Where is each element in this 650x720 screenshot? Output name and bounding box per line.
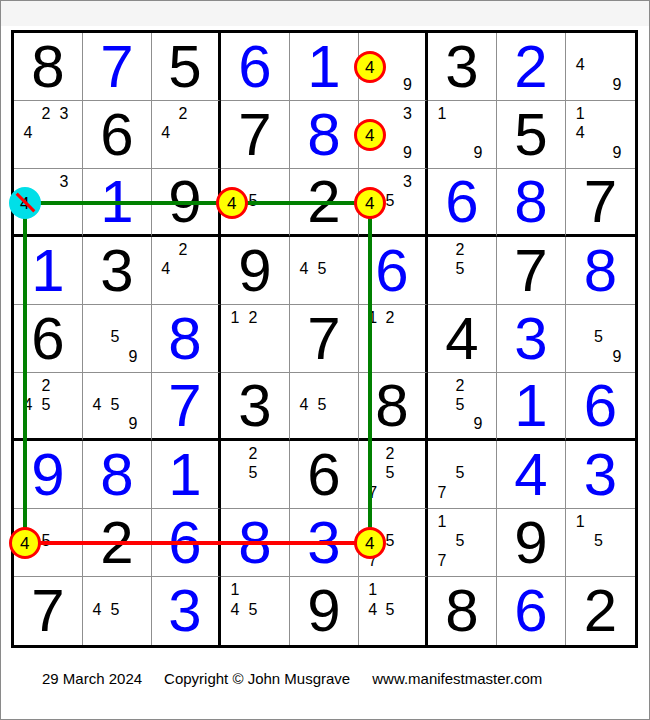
pencil-marks: 45 xyxy=(290,237,358,304)
candidate-2: 2 xyxy=(244,308,262,328)
cell-r8c8[interactable]: 9 xyxy=(497,509,566,577)
candidate-9: 9 xyxy=(608,347,626,367)
candidate-1: 1 xyxy=(571,104,589,124)
pencil-marks: 45 xyxy=(290,373,358,438)
solved-digit: 6 xyxy=(375,241,408,301)
sudoku-board: 8756149324923462478349195149341945234568… xyxy=(11,30,638,648)
cell-r7c3[interactable]: 1 xyxy=(152,441,221,509)
page: 8756149324923462478349195149341945234568… xyxy=(0,0,650,720)
given-digit: 7 xyxy=(307,309,340,369)
pencil-marks: 234 xyxy=(14,101,82,168)
candidate-2: 2 xyxy=(37,104,55,124)
candidate-1: 1 xyxy=(226,580,244,600)
cell-r7c7[interactable]: 57 xyxy=(428,441,497,509)
cell-r6c7[interactable]: 259 xyxy=(428,373,497,441)
solved-digit: 1 xyxy=(307,37,340,97)
candidate-1: 1 xyxy=(433,512,451,532)
solved-digit: 8 xyxy=(584,241,617,301)
cell-r8c9[interactable]: 15 xyxy=(566,509,635,577)
cell-r7c9[interactable]: 3 xyxy=(566,441,635,509)
candidate-1: 1 xyxy=(364,308,381,328)
solved-digit: 8 xyxy=(514,172,547,232)
candidate-5: 5 xyxy=(451,395,469,414)
candidate-9: 9 xyxy=(469,143,487,163)
candidate-5: 5 xyxy=(381,600,398,620)
candidate-4: 4 xyxy=(19,532,37,552)
candidate-1: 1 xyxy=(571,512,589,532)
candidate-5: 5 xyxy=(451,464,469,484)
candidate-4: 4 xyxy=(295,260,313,280)
cell-r8c6[interactable]: 457 xyxy=(359,509,428,577)
candidate-9: 9 xyxy=(399,143,416,163)
cell-r2c6[interactable]: 349 xyxy=(359,101,428,169)
cell-r3c2[interactable]: 1 xyxy=(83,169,152,237)
solved-digit: 8 xyxy=(238,513,271,573)
cell-r3c9[interactable]: 7 xyxy=(566,169,635,237)
footer: 29 March 2024 Copyright © John Musgrave … xyxy=(42,670,542,687)
candidate-9: 9 xyxy=(608,143,626,163)
cell-r2c9[interactable]: 149 xyxy=(566,101,635,169)
cell-r6c9[interactable]: 6 xyxy=(566,373,635,441)
pencil-marks: 257 xyxy=(359,441,425,508)
solved-digit: 8 xyxy=(307,105,340,165)
cell-r5c9[interactable]: 59 xyxy=(566,305,635,373)
candidate-4: 4 xyxy=(226,191,244,210)
cell-r4c1[interactable]: 1 xyxy=(14,237,83,305)
solved-digit: 6 xyxy=(168,513,201,573)
candidate-2: 2 xyxy=(244,444,262,464)
footer-copyright: Copyright © John Musgrave xyxy=(164,670,350,687)
cell-r6c3[interactable]: 7 xyxy=(152,373,221,441)
cell-r6c2[interactable]: 459 xyxy=(83,373,152,441)
candidate-9: 9 xyxy=(469,414,487,433)
cell-r9c2[interactable]: 45 xyxy=(83,577,152,645)
candidate-1: 1 xyxy=(226,308,244,328)
cell-r8c1[interactable]: 45 xyxy=(14,509,83,577)
cell-r1c9[interactable]: 49 xyxy=(566,33,635,101)
cell-r8c3[interactable]: 6 xyxy=(152,509,221,577)
cell-r7c6[interactable]: 257 xyxy=(359,441,428,509)
cell-r9c6[interactable]: 145 xyxy=(359,577,428,645)
given-digit: 5 xyxy=(168,37,201,97)
candidate-5: 5 xyxy=(106,600,124,620)
pencil-marks: 25 xyxy=(428,237,496,304)
candidate-2: 2 xyxy=(451,240,469,260)
candidate-1: 1 xyxy=(364,580,381,600)
cell-r1c3[interactable]: 5 xyxy=(152,33,221,101)
solved-digit: 6 xyxy=(584,376,617,436)
given-digit: 5 xyxy=(514,105,547,165)
cell-r8c7[interactable]: 157 xyxy=(428,509,497,577)
pencil-marks: 145 xyxy=(359,577,425,645)
given-digit: 6 xyxy=(100,105,133,165)
cell-r9c3[interactable]: 3 xyxy=(152,577,221,645)
cell-r9c8[interactable]: 6 xyxy=(497,577,566,645)
cell-r6c8[interactable]: 1 xyxy=(497,373,566,441)
candidate-5: 5 xyxy=(313,395,331,414)
cell-r1c4[interactable]: 6 xyxy=(221,33,290,101)
given-digit: 9 xyxy=(514,513,547,573)
solved-digit: 3 xyxy=(307,513,340,573)
candidate-5: 5 xyxy=(589,328,607,348)
cell-r8c5[interactable]: 3 xyxy=(290,509,359,577)
cell-r4c3[interactable]: 24 xyxy=(152,237,221,305)
candidate-2: 2 xyxy=(451,376,469,395)
solved-digit: 8 xyxy=(100,445,133,505)
candidate-2: 2 xyxy=(37,376,55,395)
pencil-marks: 59 xyxy=(566,305,635,372)
given-digit: 2 xyxy=(584,581,617,641)
pencil-marks: 245 xyxy=(14,373,82,438)
candidate-4: 4 xyxy=(364,56,381,76)
candidate-3: 3 xyxy=(399,172,416,191)
cell-r6c6[interactable]: 8 xyxy=(359,373,428,441)
pencil-marks: 25 xyxy=(221,441,289,508)
cell-r5c3[interactable]: 8 xyxy=(152,305,221,373)
cell-r7c8[interactable]: 4 xyxy=(497,441,566,509)
pencil-marks: 24 xyxy=(152,101,218,168)
cell-r2c7[interactable]: 19 xyxy=(428,101,497,169)
candidate-4: 4 xyxy=(571,56,589,76)
given-digit: 9 xyxy=(238,241,271,301)
solved-digit: 2 xyxy=(514,37,547,97)
cell-r6c4[interactable]: 3 xyxy=(221,373,290,441)
candidate-9: 9 xyxy=(399,75,416,95)
cell-r8c2[interactable]: 2 xyxy=(83,509,152,577)
solved-digit: 1 xyxy=(100,172,133,232)
pencil-marks: 345 xyxy=(359,169,425,234)
cell-r5c2[interactable]: 59 xyxy=(83,305,152,373)
cell-r7c1[interactable]: 9 xyxy=(14,441,83,509)
pencil-marks: 259 xyxy=(428,373,496,438)
cell-r9c9[interactable]: 2 xyxy=(566,577,635,645)
cell-r2c2[interactable]: 6 xyxy=(83,101,152,169)
cell-r4c6[interactable]: 6 xyxy=(359,237,428,305)
cell-r1c7[interactable]: 3 xyxy=(428,33,497,101)
pencil-marks: 49 xyxy=(566,33,635,100)
pencil-marks: 34 xyxy=(14,169,82,234)
cell-r2c1[interactable]: 234 xyxy=(14,101,83,169)
candidate-2: 2 xyxy=(381,444,398,464)
cell-r4c4[interactable]: 9 xyxy=(221,237,290,305)
given-digit: 9 xyxy=(168,172,201,232)
candidate-9: 9 xyxy=(124,414,142,433)
pencil-marks: 157 xyxy=(428,509,496,576)
pencil-marks: 12 xyxy=(221,305,289,372)
solved-digit: 8 xyxy=(168,309,201,369)
pencil-marks: 145 xyxy=(221,577,289,645)
candidate-4: 4 xyxy=(364,124,381,144)
given-digit: 4 xyxy=(445,309,478,369)
cell-r3c3[interactable]: 9 xyxy=(152,169,221,237)
candidate-5: 5 xyxy=(244,600,262,620)
cell-r3c1[interactable]: 34 xyxy=(14,169,83,237)
given-digit: 2 xyxy=(307,172,340,232)
candidate-4: 4 xyxy=(88,395,106,414)
candidate-5: 5 xyxy=(244,464,262,484)
candidate-4: 4 xyxy=(364,532,381,552)
given-digit: 3 xyxy=(100,241,133,301)
given-digit: 6 xyxy=(307,445,340,505)
cell-r1c6[interactable]: 49 xyxy=(359,33,428,101)
pencil-marks: 45 xyxy=(221,169,289,234)
cell-r2c5[interactable]: 8 xyxy=(290,101,359,169)
solved-digit: 7 xyxy=(100,37,133,97)
cell-r1c8[interactable]: 2 xyxy=(497,33,566,101)
cell-r4c8[interactable]: 7 xyxy=(497,237,566,305)
pencil-marks: 19 xyxy=(428,101,496,168)
cell-r3c8[interactable]: 8 xyxy=(497,169,566,237)
cell-r5c6[interactable]: 12 xyxy=(359,305,428,373)
given-digit: 6 xyxy=(31,309,64,369)
candidate-9: 9 xyxy=(608,75,626,95)
candidate-5: 5 xyxy=(313,260,331,280)
given-digit: 3 xyxy=(238,376,271,436)
candidate-2: 2 xyxy=(381,308,398,328)
candidate-7: 7 xyxy=(433,483,451,503)
footer-website[interactable]: www.manifestmaster.com xyxy=(372,670,542,687)
pencil-marks: 45 xyxy=(14,509,82,576)
given-digit: 7 xyxy=(584,172,617,232)
candidate-1: 1 xyxy=(433,104,451,124)
candidate-5: 5 xyxy=(37,532,55,552)
candidate-4: 4 xyxy=(157,260,174,280)
given-digit: 8 xyxy=(31,37,64,97)
candidate-7: 7 xyxy=(364,483,381,503)
solved-digit: 6 xyxy=(445,172,478,232)
candidate-5: 5 xyxy=(589,532,607,552)
candidate-4: 4 xyxy=(19,124,37,144)
solved-digit: 1 xyxy=(168,445,201,505)
cell-r9c7[interactable]: 8 xyxy=(428,577,497,645)
cell-r9c5[interactable]: 9 xyxy=(290,577,359,645)
candidate-5: 5 xyxy=(381,464,398,484)
candidate-5: 5 xyxy=(451,532,469,552)
candidate-7: 7 xyxy=(433,551,451,571)
cell-r5c7[interactable]: 4 xyxy=(428,305,497,373)
cell-r7c2[interactable]: 8 xyxy=(83,441,152,509)
cell-r2c8[interactable]: 5 xyxy=(497,101,566,169)
candidate-3: 3 xyxy=(55,172,73,191)
candidate-3: 3 xyxy=(55,104,73,124)
given-digit: 8 xyxy=(445,581,478,641)
solved-digit: 7 xyxy=(168,376,201,436)
cell-r7c4[interactable]: 25 xyxy=(221,441,290,509)
solved-digit: 6 xyxy=(514,581,547,641)
solved-digit: 1 xyxy=(31,241,64,301)
candidate-4: 4 xyxy=(226,600,244,620)
candidate-5: 5 xyxy=(451,260,469,280)
cell-r4c9[interactable]: 8 xyxy=(566,237,635,305)
cell-r2c4[interactable]: 7 xyxy=(221,101,290,169)
candidate-4: 4 xyxy=(571,124,589,144)
cell-r3c4[interactable]: 45 xyxy=(221,169,290,237)
candidate-9: 9 xyxy=(124,347,142,367)
solved-digit: 3 xyxy=(514,309,547,369)
cell-r1c1[interactable]: 8 xyxy=(14,33,83,101)
cell-r2c3[interactable]: 24 xyxy=(152,101,221,169)
given-digit: 7 xyxy=(514,241,547,301)
pencil-marks: 12 xyxy=(359,305,425,372)
given-digit: 3 xyxy=(445,37,478,97)
candidate-5: 5 xyxy=(106,328,124,348)
cell-r5c8[interactable]: 3 xyxy=(497,305,566,373)
cell-r5c1[interactable]: 6 xyxy=(14,305,83,373)
given-digit: 7 xyxy=(238,105,271,165)
footer-date: 29 March 2024 xyxy=(42,670,142,687)
cell-r9c4[interactable]: 145 xyxy=(221,577,290,645)
candidate-5: 5 xyxy=(381,191,398,210)
solved-digit: 3 xyxy=(584,445,617,505)
cell-r6c5[interactable]: 45 xyxy=(290,373,359,441)
pencil-marks: 349 xyxy=(359,101,425,168)
solved-digit: 9 xyxy=(31,445,64,505)
pencil-marks: 59 xyxy=(83,305,151,372)
candidate-4: 4 xyxy=(364,600,381,620)
pencil-marks: 24 xyxy=(152,237,218,304)
pencil-marks: 459 xyxy=(83,373,151,438)
candidate-2: 2 xyxy=(174,104,191,124)
candidate-2: 2 xyxy=(174,240,191,260)
candidate-4: 4 xyxy=(157,124,174,144)
solved-digit: 4 xyxy=(514,445,547,505)
candidate-3: 3 xyxy=(399,104,416,124)
cell-r1c2[interactable]: 7 xyxy=(83,33,152,101)
candidate-4: 4 xyxy=(295,395,313,414)
candidate-4: 4 xyxy=(364,191,381,210)
candidate-5: 5 xyxy=(37,395,55,414)
cell-r3c5[interactable]: 2 xyxy=(290,169,359,237)
given-digit: 8 xyxy=(375,376,408,436)
candidate-5: 5 xyxy=(244,191,262,210)
cell-r3c6[interactable]: 345 xyxy=(359,169,428,237)
candidate-5: 5 xyxy=(106,395,124,414)
candidate-4: 4 xyxy=(88,600,106,620)
top-strip xyxy=(1,1,649,26)
cell-r4c2[interactable]: 3 xyxy=(83,237,152,305)
cell-r9c1[interactable]: 7 xyxy=(14,577,83,645)
pencil-marks: 15 xyxy=(566,509,635,576)
pencil-marks: 45 xyxy=(83,577,151,645)
cell-r5c4[interactable]: 12 xyxy=(221,305,290,373)
cell-r7c5[interactable]: 6 xyxy=(290,441,359,509)
solved-digit: 1 xyxy=(514,376,547,436)
cell-r4c7[interactable]: 25 xyxy=(428,237,497,305)
pencil-marks: 457 xyxy=(359,509,425,576)
given-digit: 7 xyxy=(31,581,64,641)
candidate-4: 4 xyxy=(19,191,37,210)
given-digit: 2 xyxy=(100,513,133,573)
candidate-4: 4 xyxy=(19,395,37,414)
pencil-marks: 49 xyxy=(359,33,425,100)
cell-r1c5[interactable]: 1 xyxy=(290,33,359,101)
cell-r5c5[interactable]: 7 xyxy=(290,305,359,373)
cell-r8c4[interactable]: 8 xyxy=(221,509,290,577)
candidate-5: 5 xyxy=(381,532,398,552)
given-digit: 9 xyxy=(307,581,340,641)
cell-r3c7[interactable]: 6 xyxy=(428,169,497,237)
pencil-marks: 149 xyxy=(566,101,635,168)
pencil-marks: 57 xyxy=(428,441,496,508)
cell-r6c1[interactable]: 245 xyxy=(14,373,83,441)
candidate-7: 7 xyxy=(364,551,381,571)
solved-digit: 6 xyxy=(238,37,271,97)
cell-r4c5[interactable]: 45 xyxy=(290,237,359,305)
solved-digit: 3 xyxy=(168,581,201,641)
